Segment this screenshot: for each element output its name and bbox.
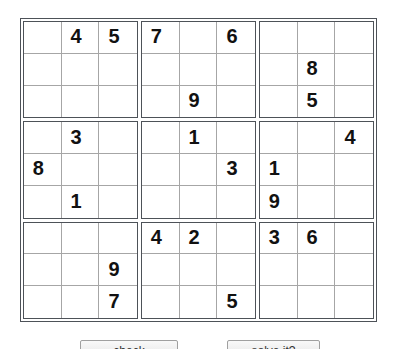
cell-r5c5	[180, 154, 218, 186]
cell-r7c9	[335, 223, 373, 255]
cell-r3c3	[99, 86, 137, 118]
cell-r9c6: 5	[217, 286, 255, 318]
cell-r8c5	[180, 254, 218, 286]
cell-r3c9	[335, 86, 373, 118]
cell-r1c9	[335, 22, 373, 54]
cell-r1c2: 4	[62, 22, 100, 54]
cell-r6c5	[180, 186, 218, 218]
box-r2c1: 381	[23, 121, 138, 218]
cell-r5c8	[298, 154, 336, 186]
cell-r9c7	[260, 286, 298, 318]
cell-r1c8	[298, 22, 336, 54]
cell-r1c1	[24, 22, 62, 54]
cell-r2c3	[99, 54, 137, 86]
cell-r8c2	[62, 254, 100, 286]
cell-r4c3	[99, 122, 137, 154]
cell-r6c7: 9	[260, 186, 298, 218]
box-r3c2: 425	[141, 222, 256, 319]
box-r3c3: 36	[259, 222, 374, 319]
box-r2c2: 13	[141, 121, 256, 218]
cell-r6c6	[217, 186, 255, 218]
cell-r1c7	[260, 22, 298, 54]
check-button[interactable]: check	[80, 340, 178, 349]
cell-r9c5	[180, 286, 218, 318]
cell-r5c7: 1	[260, 154, 298, 186]
cell-r4c5: 1	[180, 122, 218, 154]
cell-r8c6	[217, 254, 255, 286]
cell-r9c2	[62, 286, 100, 318]
solve-button[interactable]: solve it?	[227, 340, 320, 349]
cell-r7c3	[99, 223, 137, 255]
cell-r2c4	[142, 54, 180, 86]
cell-r4c2: 3	[62, 122, 100, 154]
box-r3c1: 97	[23, 222, 138, 319]
cell-r5c1: 8	[24, 154, 62, 186]
cell-r9c8	[298, 286, 336, 318]
cell-r8c1	[24, 254, 62, 286]
cell-r8c3: 9	[99, 254, 137, 286]
cell-r6c4	[142, 186, 180, 218]
cell-r4c6	[217, 122, 255, 154]
cell-r2c8: 8	[298, 54, 336, 86]
buttons-row: check solve it?	[0, 340, 398, 349]
box-r2c3: 419	[259, 121, 374, 218]
cell-r5c4	[142, 154, 180, 186]
cell-r1c5	[180, 22, 218, 54]
cell-r6c2: 1	[62, 186, 100, 218]
cell-r9c4	[142, 286, 180, 318]
sudoku-board: 4576985381134199742536	[20, 18, 377, 322]
cell-r2c5	[180, 54, 218, 86]
cell-r7c6	[217, 223, 255, 255]
cell-r7c4: 4	[142, 223, 180, 255]
box-r1c2: 769	[141, 21, 256, 118]
cell-r7c7: 3	[260, 223, 298, 255]
cell-r7c8: 6	[298, 223, 336, 255]
cell-r6c8	[298, 186, 336, 218]
cell-r3c6	[217, 86, 255, 118]
cell-r5c2	[62, 154, 100, 186]
cell-r3c2	[62, 86, 100, 118]
cell-r4c7	[260, 122, 298, 154]
cell-r7c1	[24, 223, 62, 255]
cell-r9c3: 7	[99, 286, 137, 318]
cell-r4c1	[24, 122, 62, 154]
cell-r6c1	[24, 186, 62, 218]
cell-r6c9	[335, 186, 373, 218]
cell-r8c9	[335, 254, 373, 286]
cell-r5c3	[99, 154, 137, 186]
cell-r3c8: 5	[298, 86, 336, 118]
cell-r1c6: 6	[217, 22, 255, 54]
cell-r1c4: 7	[142, 22, 180, 54]
cell-r2c2	[62, 54, 100, 86]
cell-r5c6: 3	[217, 154, 255, 186]
cell-r1c3: 5	[99, 22, 137, 54]
cell-r3c1	[24, 86, 62, 118]
cell-r2c1	[24, 54, 62, 86]
cell-r2c6	[217, 54, 255, 86]
cell-r4c8	[298, 122, 336, 154]
cell-r7c2	[62, 223, 100, 255]
cell-r4c4	[142, 122, 180, 154]
cell-r8c8	[298, 254, 336, 286]
cell-r5c9	[335, 154, 373, 186]
cell-r3c7	[260, 86, 298, 118]
cell-r8c7	[260, 254, 298, 286]
cell-r4c9: 4	[335, 122, 373, 154]
box-r1c3: 85	[259, 21, 374, 118]
cell-r8c4	[142, 254, 180, 286]
cell-r7c5: 2	[180, 223, 218, 255]
cell-r2c7	[260, 54, 298, 86]
box-r1c1: 45	[23, 21, 138, 118]
cell-r3c4	[142, 86, 180, 118]
cell-r3c5: 9	[180, 86, 218, 118]
cell-r9c9	[335, 286, 373, 318]
cell-r6c3	[99, 186, 137, 218]
cell-r9c1	[24, 286, 62, 318]
cell-r2c9	[335, 54, 373, 86]
